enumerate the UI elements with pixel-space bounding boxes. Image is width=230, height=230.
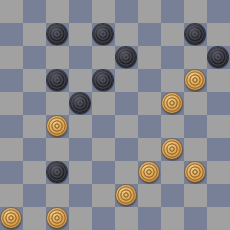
dark-square[interactable] [184, 207, 207, 230]
light-square [92, 138, 115, 161]
dark-square[interactable] [207, 184, 230, 207]
light-square [184, 0, 207, 23]
dark-square[interactable] [161, 46, 184, 69]
light-square [92, 184, 115, 207]
dark-square[interactable] [69, 0, 92, 23]
light-square [161, 23, 184, 46]
dark-square[interactable] [184, 161, 207, 184]
light-square [0, 138, 23, 161]
light-square [46, 138, 69, 161]
light-square [115, 23, 138, 46]
white-man[interactable] [185, 70, 205, 90]
light-square [207, 161, 230, 184]
light-square [69, 161, 92, 184]
dark-square[interactable] [46, 115, 69, 138]
light-square [23, 207, 46, 230]
dark-square[interactable] [138, 115, 161, 138]
dark-square[interactable] [0, 207, 23, 230]
draughts-board [0, 0, 230, 230]
dark-square[interactable] [92, 115, 115, 138]
dark-square[interactable] [115, 138, 138, 161]
black-man[interactable] [93, 24, 113, 44]
dark-square[interactable] [92, 23, 115, 46]
light-square [92, 46, 115, 69]
dark-square[interactable] [69, 184, 92, 207]
light-square [207, 115, 230, 138]
light-square [138, 0, 161, 23]
dark-square[interactable] [46, 161, 69, 184]
light-square [184, 46, 207, 69]
light-square [23, 69, 46, 92]
dark-square[interactable] [92, 207, 115, 230]
light-square [69, 69, 92, 92]
light-square [69, 23, 92, 46]
white-man[interactable] [1, 208, 21, 228]
white-man[interactable] [116, 185, 136, 205]
light-square [138, 138, 161, 161]
dark-square[interactable] [92, 69, 115, 92]
white-man[interactable] [162, 139, 182, 159]
light-square [161, 207, 184, 230]
white-man[interactable] [47, 208, 67, 228]
dark-square[interactable] [184, 69, 207, 92]
dark-square[interactable] [184, 23, 207, 46]
dark-square[interactable] [161, 92, 184, 115]
dark-square[interactable] [46, 23, 69, 46]
light-square [161, 115, 184, 138]
dark-square[interactable] [23, 138, 46, 161]
dark-square[interactable] [23, 0, 46, 23]
dark-square[interactable] [207, 138, 230, 161]
light-square [138, 46, 161, 69]
white-man[interactable] [139, 162, 159, 182]
black-man[interactable] [70, 93, 90, 113]
dark-square[interactable] [69, 138, 92, 161]
light-square [115, 207, 138, 230]
light-square [0, 46, 23, 69]
light-square [46, 184, 69, 207]
light-square [23, 23, 46, 46]
dark-square[interactable] [23, 46, 46, 69]
black-man[interactable] [93, 70, 113, 90]
dark-square[interactable] [0, 23, 23, 46]
light-square [184, 184, 207, 207]
light-square [46, 46, 69, 69]
light-square [138, 92, 161, 115]
dark-square[interactable] [138, 207, 161, 230]
black-man[interactable] [185, 24, 205, 44]
light-square [0, 0, 23, 23]
light-square [161, 69, 184, 92]
dark-square[interactable] [207, 92, 230, 115]
dark-square[interactable] [46, 69, 69, 92]
light-square [184, 92, 207, 115]
dark-square[interactable] [46, 207, 69, 230]
dark-square[interactable] [207, 0, 230, 23]
dark-square[interactable] [69, 46, 92, 69]
light-square [115, 115, 138, 138]
light-square [115, 69, 138, 92]
dark-square[interactable] [23, 184, 46, 207]
dark-square[interactable] [69, 92, 92, 115]
light-square [207, 207, 230, 230]
black-man[interactable] [47, 24, 67, 44]
light-square [161, 161, 184, 184]
light-square [184, 138, 207, 161]
dark-square[interactable] [161, 184, 184, 207]
black-man[interactable] [47, 162, 67, 182]
light-square [138, 184, 161, 207]
dark-square[interactable] [92, 161, 115, 184]
white-man[interactable] [47, 116, 67, 136]
dark-square[interactable] [138, 161, 161, 184]
light-square [207, 69, 230, 92]
light-square [46, 0, 69, 23]
dark-square[interactable] [161, 0, 184, 23]
black-man[interactable] [47, 70, 67, 90]
dark-square[interactable] [0, 161, 23, 184]
light-square [69, 207, 92, 230]
light-square [92, 0, 115, 23]
dark-square[interactable] [207, 46, 230, 69]
white-man[interactable] [162, 93, 182, 113]
dark-square[interactable] [23, 92, 46, 115]
dark-square[interactable] [138, 69, 161, 92]
light-square [69, 115, 92, 138]
dark-square[interactable] [0, 69, 23, 92]
black-man[interactable] [208, 47, 228, 67]
light-square [92, 92, 115, 115]
dark-square[interactable] [138, 23, 161, 46]
dark-square[interactable] [115, 0, 138, 23]
dark-square[interactable] [115, 46, 138, 69]
dark-square[interactable] [115, 92, 138, 115]
black-man[interactable] [116, 47, 136, 67]
light-square [23, 161, 46, 184]
light-square [46, 92, 69, 115]
light-square [0, 184, 23, 207]
dark-square[interactable] [161, 138, 184, 161]
light-square [0, 92, 23, 115]
dark-square[interactable] [184, 115, 207, 138]
white-man[interactable] [185, 162, 205, 182]
dark-square[interactable] [115, 184, 138, 207]
light-square [115, 161, 138, 184]
light-square [207, 23, 230, 46]
light-square [23, 115, 46, 138]
dark-square[interactable] [0, 115, 23, 138]
